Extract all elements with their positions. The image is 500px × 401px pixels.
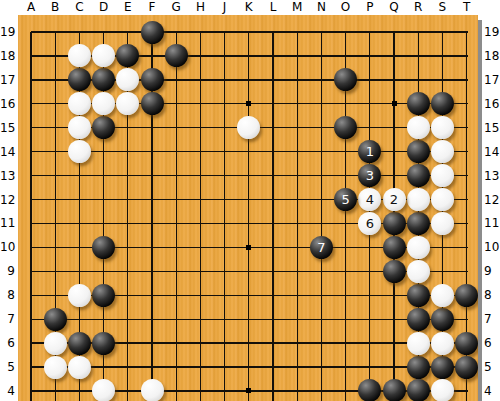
- stone-black-p4[interactable]: [358, 379, 381, 401]
- stone-black-q4[interactable]: [383, 379, 406, 401]
- column-label-q: Q: [382, 1, 406, 14]
- stone-white-r6[interactable]: [407, 332, 430, 355]
- stone-white-f4[interactable]: [141, 379, 164, 401]
- column-label-n: N: [309, 1, 333, 14]
- stone-black-n10[interactable]: 7: [310, 236, 333, 259]
- column-label-p: P: [358, 1, 382, 14]
- stone-white-d16[interactable]: [92, 92, 115, 115]
- stone-white-c5[interactable]: [68, 356, 91, 379]
- move-number: 5: [341, 193, 349, 206]
- stone-black-d6[interactable]: [92, 332, 115, 355]
- stone-black-s5[interactable]: [431, 356, 454, 379]
- row-label-left-13: 13: [0, 169, 15, 183]
- stone-white-r9[interactable]: [407, 260, 430, 283]
- row-label-right-7: 7: [484, 312, 500, 326]
- stone-white-e16[interactable]: [116, 92, 139, 115]
- grid-line-vertical: [297, 32, 298, 401]
- column-label-t: T: [455, 1, 479, 14]
- move-number: 4: [366, 193, 374, 206]
- column-label-e: E: [116, 1, 140, 14]
- grid-line-horizontal: [31, 366, 468, 367]
- move-number: 6: [366, 217, 374, 230]
- row-label-right-14: 14: [484, 145, 500, 159]
- stone-black-c6[interactable]: [68, 332, 91, 355]
- grid-line-vertical: [176, 32, 177, 401]
- column-label-f: F: [140, 1, 164, 14]
- row-label-right-16: 16: [484, 97, 500, 111]
- row-label-right-18: 18: [484, 49, 500, 63]
- row-label-right-13: 13: [484, 169, 500, 183]
- row-label-left-18: 18: [0, 49, 15, 63]
- move-number: 2: [390, 193, 398, 206]
- go-board[interactable]: 1234567: [18, 15, 478, 401]
- row-label-left-4: 4: [0, 384, 15, 398]
- stone-black-p14[interactable]: 1: [358, 140, 381, 163]
- stone-white-b5[interactable]: [44, 356, 67, 379]
- stone-black-o12[interactable]: 5: [334, 188, 357, 211]
- stone-white-s14[interactable]: [431, 140, 454, 163]
- row-label-right-19: 19: [484, 25, 500, 39]
- grid-line-vertical: [200, 32, 201, 401]
- row-label-left-10: 10: [0, 240, 15, 254]
- row-label-right-17: 17: [484, 73, 500, 87]
- column-label-r: R: [406, 1, 430, 14]
- stone-white-s11[interactable]: [431, 212, 454, 235]
- stone-black-s7[interactable]: [431, 308, 454, 331]
- stone-black-r8[interactable]: [407, 284, 430, 307]
- stone-white-d18[interactable]: [92, 44, 115, 67]
- row-label-left-14: 14: [0, 145, 15, 159]
- stone-black-q9[interactable]: [383, 260, 406, 283]
- stone-black-r7[interactable]: [407, 308, 430, 331]
- star-point-k4: [246, 388, 251, 393]
- stone-white-p12[interactable]: 4: [358, 188, 381, 211]
- row-label-right-5: 5: [484, 360, 500, 374]
- column-label-o: O: [334, 1, 358, 14]
- stone-white-c16[interactable]: [68, 92, 91, 115]
- stone-black-d17[interactable]: [92, 68, 115, 91]
- stone-white-s15[interactable]: [431, 116, 454, 139]
- row-label-right-8: 8: [484, 288, 500, 302]
- stone-white-k15[interactable]: [237, 116, 260, 139]
- column-label-s: S: [430, 1, 454, 14]
- stone-white-r15[interactable]: [407, 116, 430, 139]
- stone-black-r11[interactable]: [407, 212, 430, 235]
- row-label-right-11: 11: [484, 216, 500, 230]
- row-label-right-6: 6: [484, 336, 500, 350]
- row-label-right-10: 10: [484, 240, 500, 254]
- row-label-left-9: 9: [0, 264, 15, 278]
- row-label-left-17: 17: [0, 73, 15, 87]
- stone-white-r10[interactable]: [407, 236, 430, 259]
- move-number: 1: [366, 145, 374, 158]
- row-label-left-11: 11: [0, 216, 15, 230]
- stone-black-d10[interactable]: [92, 236, 115, 259]
- column-label-a: A: [19, 1, 43, 14]
- column-label-k: K: [237, 1, 261, 14]
- row-label-left-8: 8: [0, 288, 15, 302]
- column-label-j: J: [213, 1, 237, 14]
- stone-white-c14[interactable]: [68, 140, 91, 163]
- stone-white-s13[interactable]: [431, 164, 454, 187]
- stone-black-t8[interactable]: [455, 284, 478, 307]
- stone-black-r13[interactable]: [407, 164, 430, 187]
- grid-line-horizontal: [31, 31, 468, 32]
- stone-white-c15[interactable]: [68, 116, 91, 139]
- stone-black-f17[interactable]: [141, 68, 164, 91]
- stone-white-c8[interactable]: [68, 284, 91, 307]
- stone-black-s16[interactable]: [431, 92, 454, 115]
- row-label-left-16: 16: [0, 97, 15, 111]
- stone-black-q10[interactable]: [383, 236, 406, 259]
- grid-line-vertical: [224, 32, 225, 401]
- stone-black-d15[interactable]: [92, 116, 115, 139]
- row-label-left-19: 19: [0, 25, 15, 39]
- stone-black-b7[interactable]: [44, 308, 67, 331]
- row-label-right-12: 12: [484, 193, 500, 207]
- star-point-k16: [246, 101, 251, 106]
- grid-line-vertical: [272, 32, 273, 401]
- stone-black-r5[interactable]: [407, 356, 430, 379]
- stone-white-s4[interactable]: [431, 379, 454, 401]
- column-label-d: D: [92, 1, 116, 14]
- grid-line-horizontal: [31, 175, 468, 176]
- stone-black-f16[interactable]: [141, 92, 164, 115]
- row-label-left-6: 6: [0, 336, 15, 350]
- stone-black-o17[interactable]: [334, 68, 357, 91]
- column-label-b: B: [43, 1, 67, 14]
- board-edge-shadow: [478, 20, 482, 401]
- stone-black-f19[interactable]: [141, 21, 164, 44]
- move-number: 3: [366, 169, 374, 182]
- stone-black-r4[interactable]: [407, 379, 430, 401]
- row-label-left-12: 12: [0, 193, 15, 207]
- stone-white-p11[interactable]: 6: [358, 212, 381, 235]
- column-label-l: L: [261, 1, 285, 14]
- stone-white-s6[interactable]: [431, 332, 454, 355]
- grid-line-vertical: [30, 32, 31, 401]
- stone-black-t6[interactable]: [455, 332, 478, 355]
- column-label-g: G: [164, 1, 188, 14]
- stone-black-r16[interactable]: [407, 92, 430, 115]
- stone-white-q12[interactable]: 2: [383, 188, 406, 211]
- grid-line-horizontal: [31, 319, 468, 320]
- stone-white-d4[interactable]: [92, 379, 115, 401]
- stone-black-o15[interactable]: [334, 116, 357, 139]
- stone-white-s8[interactable]: [431, 284, 454, 307]
- stone-black-d8[interactable]: [92, 284, 115, 307]
- stone-white-c18[interactable]: [68, 44, 91, 67]
- stone-white-s12[interactable]: [431, 188, 454, 211]
- stone-black-q11[interactable]: [383, 212, 406, 235]
- grid-line-horizontal: [31, 151, 468, 152]
- star-point-k10: [246, 245, 251, 250]
- stone-black-c17[interactable]: [68, 68, 91, 91]
- star-point-q16: [392, 101, 397, 106]
- row-label-left-7: 7: [0, 312, 15, 326]
- stone-white-b6[interactable]: [44, 332, 67, 355]
- stone-black-e18[interactable]: [116, 44, 139, 67]
- stone-black-p13[interactable]: 3: [358, 164, 381, 187]
- row-label-right-4: 4: [484, 384, 500, 398]
- column-label-m: M: [285, 1, 309, 14]
- stone-black-g18[interactable]: [165, 44, 188, 67]
- stone-black-t5[interactable]: [455, 356, 478, 379]
- stone-white-e17[interactable]: [116, 68, 139, 91]
- column-label-c: C: [67, 1, 91, 14]
- row-label-left-5: 5: [0, 360, 15, 374]
- grid-line-vertical: [248, 32, 249, 401]
- grid-line-vertical: [321, 32, 322, 401]
- row-label-left-15: 15: [0, 121, 15, 135]
- column-label-h: H: [188, 1, 212, 14]
- row-label-right-15: 15: [484, 121, 500, 135]
- row-label-right-9: 9: [484, 264, 500, 278]
- stone-white-r12[interactable]: [407, 188, 430, 211]
- stone-black-r14[interactable]: [407, 140, 430, 163]
- move-number: 7: [317, 241, 325, 254]
